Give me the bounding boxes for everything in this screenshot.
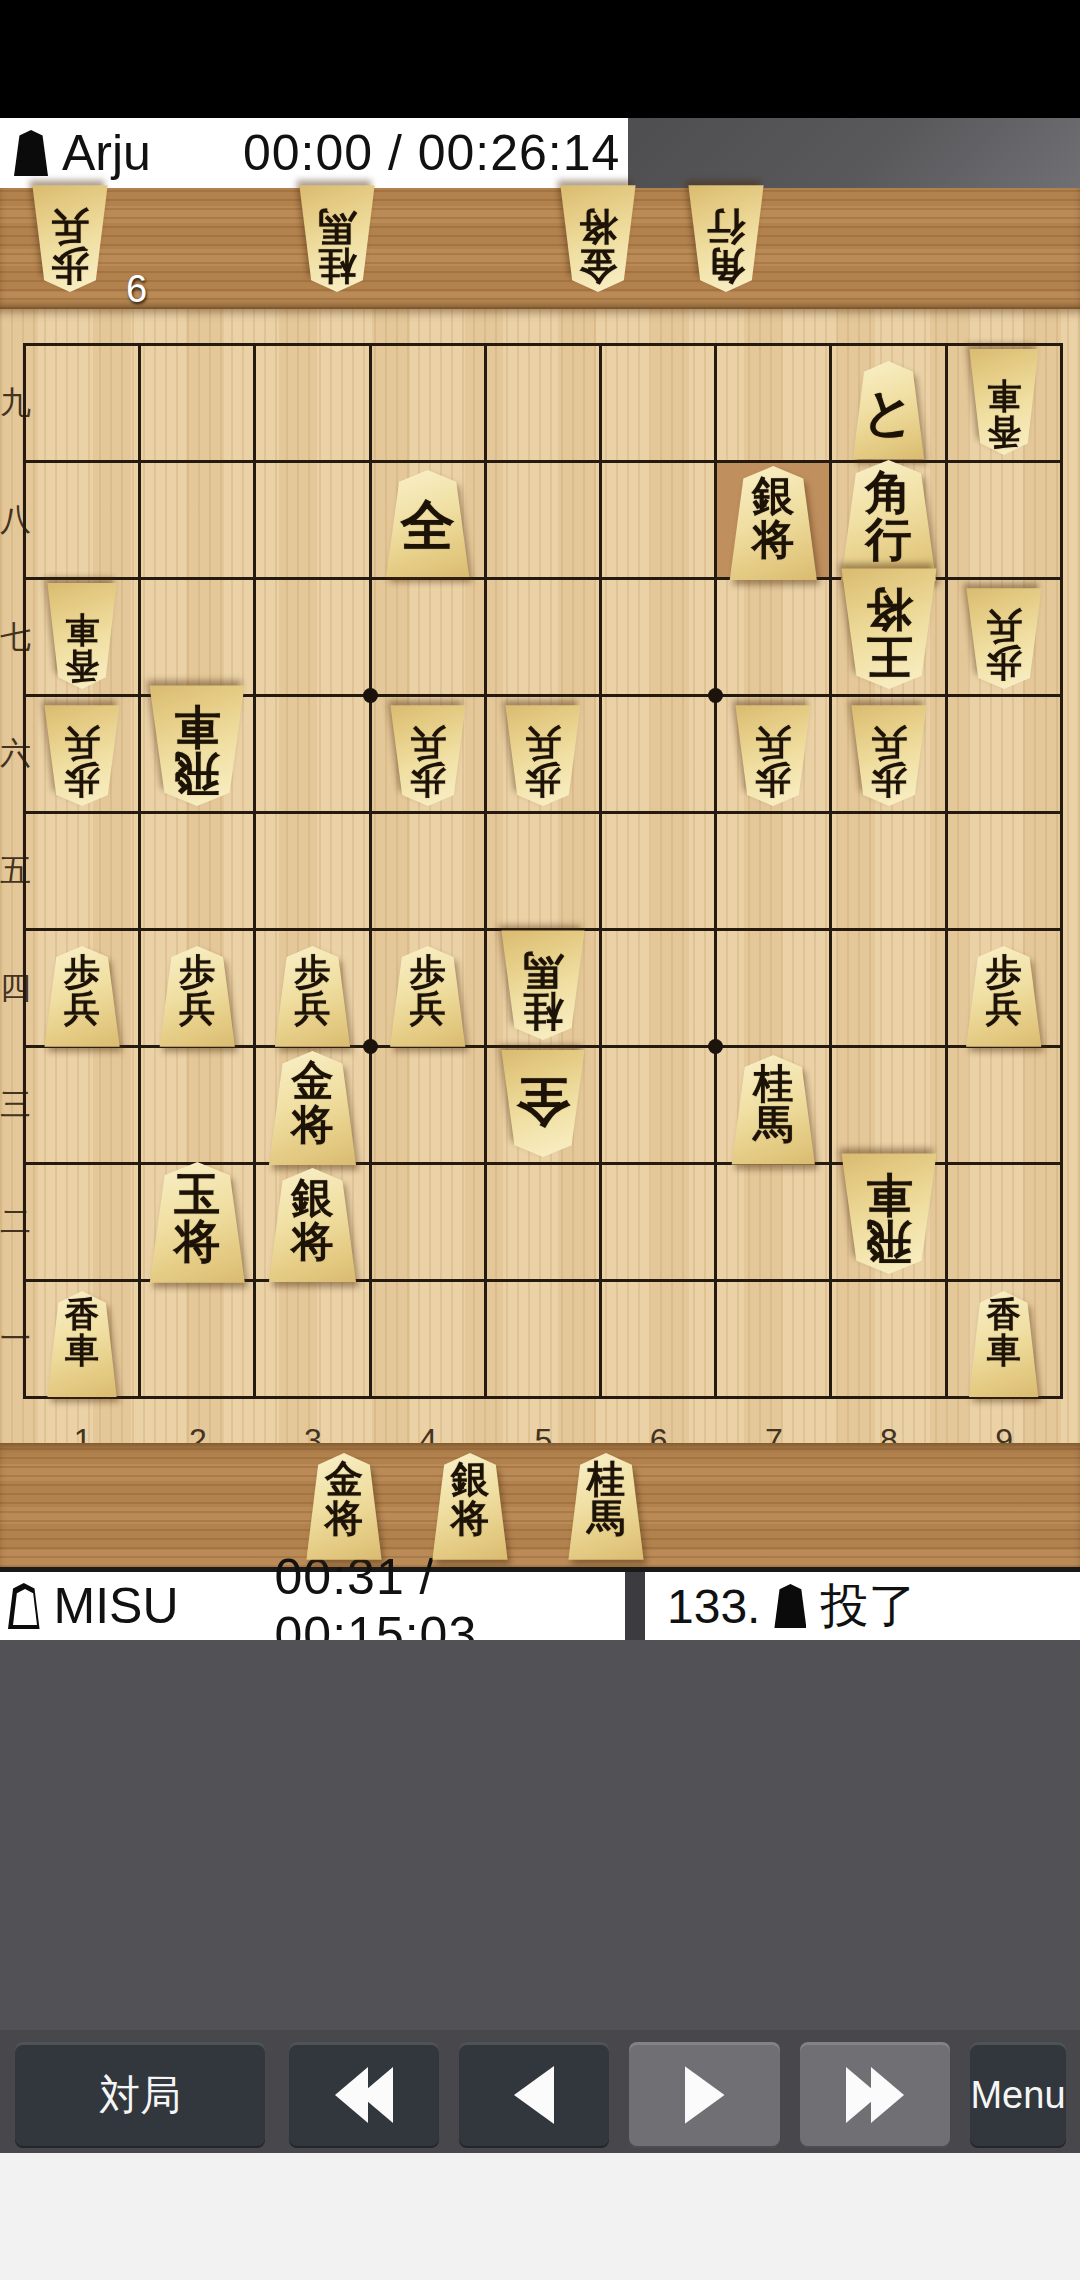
shogi-piece-pawn-7六[interactable]: 歩兵 xyxy=(735,712,811,806)
shogi-piece-pawn-9七[interactable]: 歩兵 xyxy=(966,595,1042,689)
shogi-board[interactable]: 九八七六五四三二一123456789 香車と角行銀将全歩兵王将香車歩兵歩兵歩兵歩… xyxy=(0,309,1080,1443)
rank-label-四: 四 xyxy=(0,967,22,1009)
step-back-button[interactable] xyxy=(459,2042,609,2148)
shogi-piece-promoted_silver-5三[interactable]: 全 xyxy=(501,1055,585,1157)
shogi-piece-pawn-2四[interactable]: 歩兵 xyxy=(159,946,235,1040)
hoshi-dot xyxy=(708,1039,723,1054)
bottom-player-name: MISU xyxy=(54,1577,179,1635)
shogi-piece-silver-7八[interactable]: 銀将 xyxy=(729,466,817,572)
hand-piece-gold[interactable]: 金将 xyxy=(306,1453,382,1553)
shogi-piece-knight-7三[interactable]: 桂馬 xyxy=(731,1055,815,1157)
hoshi-dot xyxy=(708,688,723,703)
shogi-piece-pawn-4四[interactable]: 歩兵 xyxy=(390,946,466,1040)
result-text: 投了 xyxy=(820,1574,916,1638)
shogi-piece-pawn-5六[interactable]: 歩兵 xyxy=(505,712,581,806)
move-list-area[interactable] xyxy=(0,1640,1080,2030)
rank-label-一: 一 xyxy=(0,1318,22,1360)
shogi-piece-pawn-4六[interactable]: 歩兵 xyxy=(390,712,466,806)
sente-piece-icon xyxy=(14,130,48,176)
shogi-piece-lance-9九[interactable]: 香車 xyxy=(969,355,1039,455)
shogi-piece-knight-5四[interactable]: 桂馬 xyxy=(501,938,585,1040)
rank-label-五: 五 xyxy=(0,850,22,892)
app-screen: Arju 00:00 / 00:26:14 歩兵6桂馬金将角行 九八七六五四三二… xyxy=(0,0,1080,2280)
right-arrow-icon xyxy=(685,2066,725,2124)
shogi-piece-pawn-3四[interactable]: 歩兵 xyxy=(275,946,351,1040)
hand-piece-knight[interactable]: 桂馬 xyxy=(568,1453,644,1553)
shogi-piece-gold-3三[interactable]: 金将 xyxy=(269,1051,357,1157)
bottom-player-bar: MISU 00:31 / 00:15:03 xyxy=(0,1572,625,1640)
top-player-name: Arju xyxy=(62,124,151,182)
top-bar-right-panel xyxy=(628,118,1080,188)
hoshi-dot xyxy=(363,688,378,703)
menu-button[interactable]: Menu xyxy=(970,2042,1066,2148)
shogi-piece-pawn-8六[interactable]: 歩兵 xyxy=(851,712,927,806)
shogi-piece-lance-9一[interactable]: 香車 xyxy=(969,1291,1039,1391)
sente-piece-icon xyxy=(774,1584,806,1628)
hand-piece-gold[interactable]: 金将 xyxy=(560,192,636,292)
top-captured-tray[interactable]: 歩兵6桂馬金将角行 xyxy=(0,188,1080,309)
shogi-piece-bishop-8八[interactable]: 角行 xyxy=(841,460,937,572)
top-player-bar: Arju 00:00 / 00:26:14 xyxy=(0,118,628,188)
play-button[interactable]: 対局 xyxy=(15,2042,265,2148)
shogi-piece-king_gote-2二[interactable]: 玉将 xyxy=(149,1162,245,1274)
shogi-piece-tokin-8九[interactable]: と xyxy=(853,361,925,455)
rank-label-九: 九 xyxy=(0,382,22,424)
shogi-piece-rook-2六[interactable]: 飛車 xyxy=(149,694,245,806)
hoshi-dot xyxy=(363,1039,378,1054)
forward-to-end-button[interactable] xyxy=(800,2042,950,2148)
rewind-to-start-button[interactable] xyxy=(289,2042,439,2148)
result-move-number: 133. xyxy=(667,1579,760,1634)
shogi-piece-silver-3二[interactable]: 銀将 xyxy=(269,1168,357,1274)
shogi-piece-pawn-1六[interactable]: 歩兵 xyxy=(44,712,120,806)
shogi-piece-promoted_silver-4八[interactable]: 全 xyxy=(386,470,470,572)
shogi-piece-pawn-9四[interactable]: 歩兵 xyxy=(966,946,1042,1040)
toolbar: 対局 Menu xyxy=(0,2030,1080,2153)
shogi-piece-lance-1七[interactable]: 香車 xyxy=(47,589,117,689)
shogi-piece-rook-8二[interactable]: 飛車 xyxy=(841,1162,937,1274)
rank-label-八: 八 xyxy=(0,499,22,541)
left-arrow-icon xyxy=(514,2066,554,2124)
step-forward-button[interactable] xyxy=(629,2042,780,2148)
rank-label-二: 二 xyxy=(0,1201,22,1243)
gote-piece-icon xyxy=(8,1583,40,1629)
hand-piece-silver[interactable]: 銀将 xyxy=(432,1453,508,1553)
shogi-piece-lance-1一[interactable]: 香車 xyxy=(47,1291,117,1391)
divider xyxy=(625,1572,645,1640)
navigation-strip xyxy=(0,2153,1080,2280)
rank-label-六: 六 xyxy=(0,733,22,775)
shogi-piece-pawn-1四[interactable]: 歩兵 xyxy=(44,946,120,1040)
top-player-clock: 00:00 / 00:26:14 xyxy=(243,124,620,182)
hand-piece-count: 6 xyxy=(126,268,147,311)
status-bar xyxy=(0,0,1080,118)
hand-piece-bishop[interactable]: 角行 xyxy=(688,192,764,292)
rank-label-三: 三 xyxy=(0,1084,22,1126)
hand-piece-pawn[interactable]: 歩兵 xyxy=(32,192,108,292)
hand-piece-knight[interactable]: 桂馬 xyxy=(299,192,375,292)
shogi-piece-king-8七[interactable]: 王将 xyxy=(841,577,937,689)
game-result-bar: 133. 投了 xyxy=(645,1572,1080,1640)
rank-label-七: 七 xyxy=(0,616,22,658)
